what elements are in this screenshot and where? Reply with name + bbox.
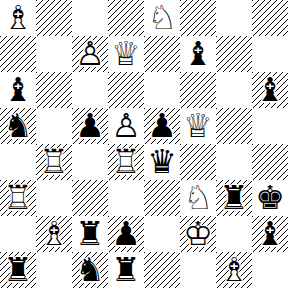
piece-white-king: ♚♔ [180,216,216,252]
piece-white-rook: ♜♖ [0,180,36,216]
square-e2[interactable] [144,216,180,252]
piece-black-rook: ♜♜ [108,252,144,288]
piece-glyph: ♟ [108,216,144,252]
piece-halo: ♚ [252,180,288,216]
piece-glyph: ♞ [0,108,36,144]
piece-glyph: ♙ [108,108,144,144]
piece-glyph: ♛ [144,144,180,180]
square-h5[interactable] [252,108,288,144]
piece-white-queen: ♛♕ [180,108,216,144]
square-f8[interactable] [180,0,216,36]
square-b5[interactable] [36,108,72,144]
piece-halo: ♟ [108,108,144,144]
square-h6[interactable]: ♝♝ [252,72,288,108]
square-g8[interactable] [216,0,252,36]
piece-glyph: ♜ [72,216,108,252]
piece-black-queen: ♛♛ [144,144,180,180]
piece-halo: ♝ [0,72,36,108]
piece-glyph: ♘ [180,180,216,216]
piece-glyph: ♖ [108,144,144,180]
piece-glyph: ♜ [0,252,36,288]
square-h7[interactable] [252,36,288,72]
piece-black-knight: ♞♞ [0,108,36,144]
square-g6[interactable] [216,72,252,108]
square-h1[interactable] [252,252,288,288]
square-e4[interactable]: ♛♛ [144,144,180,180]
piece-white-rook: ♜♖ [36,144,72,180]
piece-halo: ♟ [108,216,144,252]
piece-black-rook: ♜♜ [72,216,108,252]
piece-glyph: ♜ [216,180,252,216]
piece-white-bishop: ♝♗ [36,216,72,252]
chess-board: ♝♗♞♘♟♙♛♕♝♝♝♝♝♝♞♞♟♟♟♙♟♟♛♕♜♖♜♖♛♛♜♖♞♘♜♜♚♚♝♗… [0,0,288,288]
piece-halo: ♛ [108,36,144,72]
piece-halo: ♝ [216,252,252,288]
square-e5[interactable]: ♟♟ [144,108,180,144]
piece-glyph: ♟ [144,108,180,144]
square-a4[interactable] [0,144,36,180]
piece-glyph: ♙ [72,36,108,72]
square-c7[interactable]: ♟♙ [72,36,108,72]
square-h3[interactable]: ♚♚ [252,180,288,216]
piece-glyph: ♕ [108,36,144,72]
piece-halo: ♜ [108,252,144,288]
square-g5[interactable] [216,108,252,144]
piece-halo: ♞ [0,108,36,144]
piece-halo: ♝ [36,216,72,252]
square-e1[interactable] [144,252,180,288]
piece-black-bishop: ♝♝ [0,72,36,108]
square-g1[interactable]: ♝♗ [216,252,252,288]
square-a8[interactable]: ♝♗ [0,0,36,36]
square-g7[interactable] [216,36,252,72]
piece-glyph: ♜ [108,252,144,288]
piece-glyph: ♝ [252,216,288,252]
piece-black-rook: ♜♜ [216,180,252,216]
piece-white-rook: ♜♖ [108,144,144,180]
square-c4[interactable] [72,144,108,180]
square-d5[interactable]: ♟♙ [108,108,144,144]
square-d1[interactable]: ♜♜ [108,252,144,288]
piece-glyph: ♔ [180,216,216,252]
square-b2[interactable]: ♝♗ [36,216,72,252]
square-g2[interactable] [216,216,252,252]
square-d7[interactable]: ♛♕ [108,36,144,72]
square-d8[interactable] [108,0,144,36]
piece-halo: ♜ [216,180,252,216]
square-e6[interactable] [144,72,180,108]
piece-black-bishop: ♝♝ [180,36,216,72]
piece-black-king: ♚♚ [252,180,288,216]
piece-white-bishop: ♝♗ [0,0,36,36]
square-e7[interactable] [144,36,180,72]
square-b3[interactable] [36,180,72,216]
piece-halo: ♝ [180,36,216,72]
piece-black-bishop: ♝♝ [252,216,288,252]
piece-halo: ♟ [72,108,108,144]
square-f1[interactable] [180,252,216,288]
piece-black-pawn: ♟♟ [144,108,180,144]
piece-halo: ♛ [180,108,216,144]
piece-halo: ♟ [144,108,180,144]
square-b1[interactable] [36,252,72,288]
piece-white-pawn: ♟♙ [72,36,108,72]
piece-glyph: ♘ [144,0,180,36]
piece-glyph: ♝ [180,36,216,72]
square-f3[interactable]: ♞♘ [180,180,216,216]
square-b8[interactable] [36,0,72,36]
square-a6[interactable]: ♝♝ [0,72,36,108]
piece-glyph: ♝ [0,72,36,108]
piece-halo: ♞ [72,252,108,288]
piece-halo: ♜ [36,144,72,180]
piece-black-bishop: ♝♝ [252,72,288,108]
piece-halo: ♞ [180,180,216,216]
square-a2[interactable] [0,216,36,252]
piece-halo: ♟ [72,36,108,72]
square-f2[interactable]: ♚♔ [180,216,216,252]
square-b4[interactable]: ♜♖ [36,144,72,180]
square-c3[interactable] [72,180,108,216]
square-a3[interactable]: ♜♖ [0,180,36,216]
piece-white-knight: ♞♘ [180,180,216,216]
piece-black-pawn: ♟♟ [72,108,108,144]
square-c2[interactable]: ♜♜ [72,216,108,252]
square-d4[interactable]: ♜♖ [108,144,144,180]
piece-glyph: ♚ [252,180,288,216]
piece-black-rook: ♜♜ [0,252,36,288]
square-a7[interactable] [0,36,36,72]
piece-white-knight: ♞♘ [144,0,180,36]
square-b6[interactable] [36,72,72,108]
square-e8[interactable]: ♞♘ [144,0,180,36]
piece-halo: ♞ [144,0,180,36]
piece-white-queen: ♛♕ [108,36,144,72]
square-f5[interactable]: ♛♕ [180,108,216,144]
square-h8[interactable] [252,0,288,36]
square-c6[interactable] [72,72,108,108]
square-a1[interactable]: ♜♜ [0,252,36,288]
piece-glyph: ♗ [0,0,36,36]
piece-halo: ♛ [144,144,180,180]
square-c5[interactable]: ♟♟ [72,108,108,144]
piece-halo: ♝ [0,0,36,36]
piece-glyph: ♕ [180,108,216,144]
piece-white-pawn: ♟♙ [108,108,144,144]
piece-halo: ♝ [252,72,288,108]
square-c1[interactable]: ♞♞ [72,252,108,288]
piece-black-knight: ♞♞ [72,252,108,288]
piece-glyph: ♝ [252,72,288,108]
square-f6[interactable] [180,72,216,108]
square-d6[interactable] [108,72,144,108]
piece-halo: ♚ [180,216,216,252]
piece-halo: ♜ [72,216,108,252]
square-a5[interactable]: ♞♞ [0,108,36,144]
square-g3[interactable]: ♜♜ [216,180,252,216]
piece-black-pawn: ♟♟ [108,216,144,252]
piece-halo: ♝ [252,216,288,252]
square-h2[interactable]: ♝♝ [252,216,288,252]
piece-halo: ♜ [108,144,144,180]
piece-glyph: ♗ [216,252,252,288]
piece-glyph: ♗ [36,216,72,252]
square-g4[interactable] [216,144,252,180]
square-f4[interactable] [180,144,216,180]
piece-glyph: ♟ [72,108,108,144]
square-h4[interactable] [252,144,288,180]
square-b7[interactable] [36,36,72,72]
square-e3[interactable] [144,180,180,216]
piece-glyph: ♖ [0,180,36,216]
piece-glyph: ♞ [72,252,108,288]
square-c8[interactable] [72,0,108,36]
piece-white-bishop: ♝♗ [216,252,252,288]
square-f7[interactable]: ♝♝ [180,36,216,72]
piece-halo: ♜ [0,252,36,288]
square-d2[interactable]: ♟♟ [108,216,144,252]
square-d3[interactable] [108,180,144,216]
piece-glyph: ♖ [36,144,72,180]
piece-halo: ♜ [0,180,36,216]
